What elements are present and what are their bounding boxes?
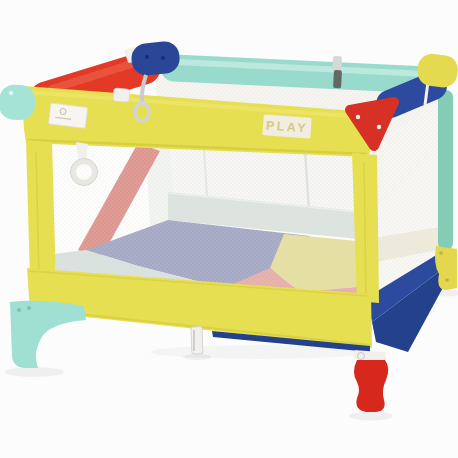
- right-back-post: [438, 90, 453, 250]
- front-left-corner: [0, 84, 36, 121]
- back-rail-clip-silver: [332, 56, 342, 71]
- foot-screw: [445, 278, 449, 282]
- right-foot-shadow: [349, 412, 393, 421]
- corner-screw: [145, 55, 149, 59]
- brand-tag: [48, 103, 87, 128]
- corner-screw: [161, 56, 165, 60]
- front-left-post: [26, 140, 56, 284]
- front-left-corner-cap: [0, 84, 36, 121]
- back-rail-clip-dark: [333, 70, 342, 88]
- foot-screw: [17, 308, 21, 312]
- foot-screw: [439, 251, 443, 255]
- center-leg-shadow: [183, 354, 211, 360]
- center-leg: [191, 327, 203, 354]
- play-patch: PLAY: [262, 114, 311, 138]
- corner-screw: [9, 91, 13, 95]
- left-foot-shadow: [4, 367, 64, 377]
- rail-clip-white: [113, 88, 130, 102]
- foot-bolt: [358, 353, 365, 360]
- foot-screw: [27, 306, 31, 310]
- corner-screw: [377, 125, 381, 129]
- front-right-foot: [354, 360, 388, 412]
- brand-tag-bg: [48, 103, 87, 128]
- corner-screw: [356, 115, 360, 119]
- playpen-illustration: PLAY: [0, 0, 458, 458]
- playpen-product-photo: PLAY: [0, 0, 458, 458]
